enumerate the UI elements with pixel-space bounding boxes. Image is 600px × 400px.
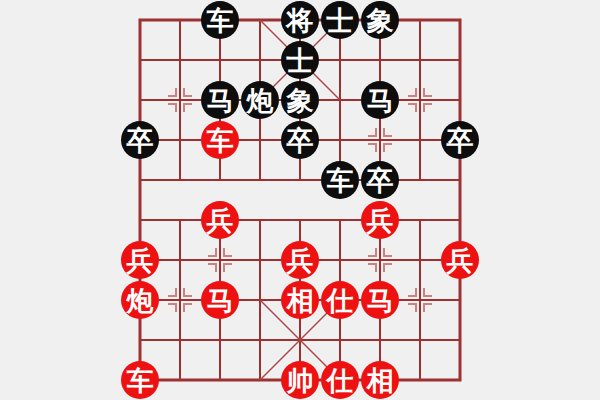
piece-red-advisor[interactable]: 仕 <box>321 361 359 399</box>
piece-black-soldier[interactable]: 卒 <box>121 121 159 159</box>
piece-black-elephant[interactable]: 象 <box>361 1 399 39</box>
xiangqi-app: 车将士象士马炮象马卒车卒卒车卒兵兵兵兵兵炮马相仕马车帅仕相 <box>0 0 600 400</box>
piece-black-soldier[interactable]: 卒 <box>281 121 319 159</box>
piece-red-soldier[interactable]: 兵 <box>441 241 479 279</box>
piece-black-horse[interactable]: 马 <box>201 81 239 119</box>
piece-red-soldier[interactable]: 兵 <box>121 241 159 279</box>
piece-red-soldier[interactable]: 兵 <box>201 201 239 239</box>
piece-black-elephant[interactable]: 象 <box>281 81 319 119</box>
piece-black-general[interactable]: 将 <box>281 1 319 39</box>
piece-red-advisor[interactable]: 仕 <box>321 281 359 319</box>
xiangqi-board: 车将士象士马炮象马卒车卒卒车卒兵兵兵兵兵炮马相仕马车帅仕相 <box>120 0 480 400</box>
piece-black-advisor[interactable]: 士 <box>281 41 319 79</box>
piece-black-soldier[interactable]: 卒 <box>441 121 479 159</box>
piece-black-cannon[interactable]: 炮 <box>241 81 279 119</box>
piece-red-chariot[interactable]: 车 <box>121 361 159 399</box>
piece-red-soldier[interactable]: 兵 <box>361 201 399 239</box>
piece-black-soldier[interactable]: 卒 <box>361 161 399 199</box>
piece-red-elephant[interactable]: 相 <box>281 281 319 319</box>
piece-black-chariot[interactable]: 车 <box>201 1 239 39</box>
piece-red-elephant[interactable]: 相 <box>361 361 399 399</box>
piece-red-horse[interactable]: 马 <box>201 281 239 319</box>
piece-red-horse[interactable]: 马 <box>361 281 399 319</box>
piece-black-chariot[interactable]: 车 <box>321 161 359 199</box>
piece-black-horse[interactable]: 马 <box>361 81 399 119</box>
piece-red-cannon[interactable]: 炮 <box>121 281 159 319</box>
board-intersections: 车将士象士马炮象马卒车卒卒车卒兵兵兵兵兵炮马相仕马车帅仕相 <box>120 0 480 400</box>
piece-red-chariot[interactable]: 车 <box>201 121 239 159</box>
piece-red-soldier[interactable]: 兵 <box>281 241 319 279</box>
piece-black-advisor[interactable]: 士 <box>321 1 359 39</box>
piece-red-general[interactable]: 帅 <box>281 361 319 399</box>
